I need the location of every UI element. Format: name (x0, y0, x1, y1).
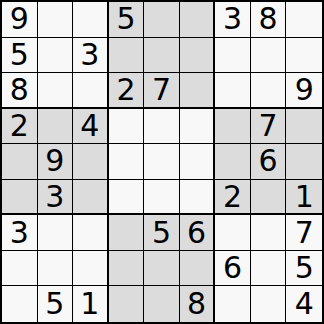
cell-r7c7[interactable] (215, 215, 251, 251)
cell-r9c7[interactable] (215, 286, 251, 322)
cell-r7c5[interactable]: 5 (144, 215, 180, 251)
cell-r8c7[interactable]: 6 (215, 251, 251, 287)
cell-r9c8[interactable] (251, 286, 287, 322)
cell-r2c2[interactable] (38, 38, 74, 74)
cell-r4c1[interactable]: 2 (2, 109, 38, 145)
cell-r2c8[interactable] (251, 38, 287, 74)
cell-r1c7[interactable]: 3 (215, 2, 251, 38)
cell-r8c8[interactable] (251, 251, 287, 287)
cell-r5c4[interactable] (109, 144, 145, 180)
cell-r2c3[interactable]: 3 (73, 38, 109, 74)
cell-r4c4[interactable] (109, 109, 145, 145)
cell-r1c6[interactable] (180, 2, 216, 38)
cell-r4c6[interactable] (180, 109, 216, 145)
cell-r3c7[interactable] (215, 73, 251, 109)
cell-r1c9[interactable] (286, 2, 322, 38)
cell-r6c2[interactable]: 3 (38, 180, 74, 216)
cell-r5c1[interactable] (2, 144, 38, 180)
cell-r7c9[interactable]: 7 (286, 215, 322, 251)
cell-r3c1[interactable]: 8 (2, 73, 38, 109)
cell-r7c8[interactable] (251, 215, 287, 251)
cell-r8c5[interactable] (144, 251, 180, 287)
cell-r8c2[interactable] (38, 251, 74, 287)
cell-r9c6[interactable]: 8 (180, 286, 216, 322)
cell-r4c2[interactable] (38, 109, 74, 145)
cell-r6c8[interactable] (251, 180, 287, 216)
cell-r7c4[interactable] (109, 215, 145, 251)
cell-r3c4[interactable]: 2 (109, 73, 145, 109)
cell-r4c8[interactable]: 7 (251, 109, 287, 145)
cell-r6c1[interactable] (2, 180, 38, 216)
cell-r8c4[interactable] (109, 251, 145, 287)
cell-r7c1[interactable]: 3 (2, 215, 38, 251)
cell-r2c5[interactable] (144, 38, 180, 74)
cell-r3c9[interactable]: 9 (286, 73, 322, 109)
cell-r1c3[interactable] (73, 2, 109, 38)
cell-r8c9[interactable]: 5 (286, 251, 322, 287)
cell-r9c4[interactable] (109, 286, 145, 322)
cell-r1c2[interactable] (38, 2, 74, 38)
cell-r3c2[interactable] (38, 73, 74, 109)
cell-r2c1[interactable]: 5 (2, 38, 38, 74)
cell-r2c9[interactable] (286, 38, 322, 74)
cell-r5c8[interactable]: 6 (251, 144, 287, 180)
cell-r8c1[interactable] (2, 251, 38, 287)
cell-r3c5[interactable]: 7 (144, 73, 180, 109)
cell-r8c3[interactable] (73, 251, 109, 287)
cell-r5c6[interactable] (180, 144, 216, 180)
cell-r4c9[interactable] (286, 109, 322, 145)
cell-r4c7[interactable] (215, 109, 251, 145)
cell-r9c9[interactable]: 4 (286, 286, 322, 322)
cell-r6c5[interactable] (144, 180, 180, 216)
cell-r5c2[interactable]: 9 (38, 144, 74, 180)
cell-r6c9[interactable]: 1 (286, 180, 322, 216)
cell-r4c5[interactable] (144, 109, 180, 145)
cell-r3c8[interactable] (251, 73, 287, 109)
cell-r7c6[interactable]: 6 (180, 215, 216, 251)
cell-r5c9[interactable] (286, 144, 322, 180)
cell-r9c1[interactable] (2, 286, 38, 322)
cell-r8c6[interactable] (180, 251, 216, 287)
cell-r2c6[interactable] (180, 38, 216, 74)
cell-r7c3[interactable] (73, 215, 109, 251)
cell-r9c2[interactable]: 5 (38, 286, 74, 322)
cell-r9c3[interactable]: 1 (73, 286, 109, 322)
cell-r1c1[interactable]: 9 (2, 2, 38, 38)
cell-r2c7[interactable] (215, 38, 251, 74)
cell-r3c3[interactable] (73, 73, 109, 109)
cell-r5c5[interactable] (144, 144, 180, 180)
sudoku-board: 9538538279247963213567655184 (0, 0, 324, 324)
cell-r5c7[interactable] (215, 144, 251, 180)
cell-r6c3[interactable] (73, 180, 109, 216)
cell-r3c6[interactable] (180, 73, 216, 109)
cell-r4c3[interactable]: 4 (73, 109, 109, 145)
cell-r9c5[interactable] (144, 286, 180, 322)
cell-r6c4[interactable] (109, 180, 145, 216)
cell-r1c8[interactable]: 8 (251, 2, 287, 38)
cell-r1c5[interactable] (144, 2, 180, 38)
cell-r1c4[interactable]: 5 (109, 2, 145, 38)
cell-r7c2[interactable] (38, 215, 74, 251)
cell-r6c7[interactable]: 2 (215, 180, 251, 216)
cell-r2c4[interactable] (109, 38, 145, 74)
cell-r5c3[interactable] (73, 144, 109, 180)
cell-r6c6[interactable] (180, 180, 216, 216)
